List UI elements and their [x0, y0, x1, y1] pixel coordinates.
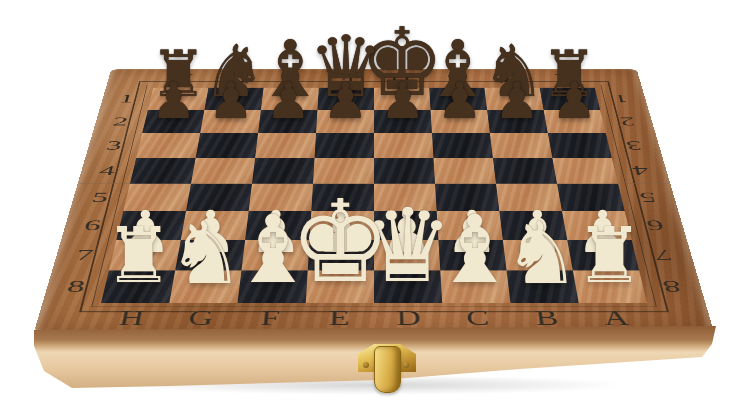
rank-label-left-4: 4: [78, 158, 137, 184]
square-d3[interactable]: [374, 133, 433, 158]
file-label-bottom-g: G: [172, 303, 230, 332]
rank-label-left-1: 1: [99, 88, 153, 110]
rank-label-left-3: 3: [85, 133, 142, 158]
square-h3[interactable]: [136, 133, 200, 158]
rank-label-left-2: 2: [93, 110, 148, 133]
piece-dark-pawn-d2[interactable]: ♟: [380, 77, 425, 128]
square-b4[interactable]: [493, 158, 557, 184]
square-b3[interactable]: [490, 133, 552, 158]
rank-label-right-4: 4: [612, 158, 671, 184]
square-h4[interactable]: [130, 158, 196, 184]
file-label-bottom-h: H: [102, 303, 162, 332]
latch-screw-left: [363, 362, 369, 368]
piece-dark-pawn-h2[interactable]: ♟: [151, 77, 196, 128]
brass-latch-tab: [374, 346, 401, 393]
rank-label-left-8: 8: [43, 270, 109, 302]
piece-white-rook-a8[interactable]: ♜: [575, 219, 644, 296]
rank-label-right-1: 1: [595, 88, 649, 110]
piece-dark-pawn-f2[interactable]: ♟: [265, 77, 310, 128]
rank-label-right-3: 3: [606, 133, 663, 158]
piece-dark-pawn-c2[interactable]: ♟: [437, 77, 482, 128]
latch-screw-right: [403, 362, 409, 368]
square-f3[interactable]: [255, 133, 316, 158]
square-c4[interactable]: [433, 158, 496, 184]
square-a4[interactable]: [552, 158, 618, 184]
square-e3[interactable]: [315, 133, 374, 158]
piece-dark-pawn-g2[interactable]: ♟: [208, 77, 253, 128]
rank-label-right-2: 2: [600, 110, 655, 133]
piece-dark-pawn-e2[interactable]: ♟: [323, 77, 368, 128]
square-g4[interactable]: [191, 158, 255, 184]
square-g3[interactable]: [196, 133, 258, 158]
rank-label-right-8: 8: [639, 270, 705, 302]
square-a3[interactable]: [548, 133, 612, 158]
square-c3[interactable]: [432, 133, 493, 158]
piece-dark-pawn-b2[interactable]: ♟: [494, 77, 539, 128]
piece-dark-pawn-a2[interactable]: ♟: [552, 77, 597, 128]
piece-white-rook-h8[interactable]: ♜: [104, 219, 173, 296]
product-photo-scene: HHGGFFEEDDCCBBAA1122334455667788 ♜♞♝♛♚♝♞…: [0, 0, 750, 401]
piece-white-knight-g8[interactable]: ♞: [167, 210, 244, 296]
